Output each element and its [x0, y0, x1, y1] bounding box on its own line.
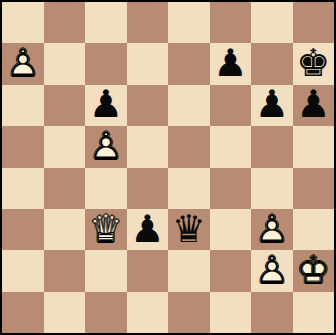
square-g5[interactable]: [251, 126, 293, 167]
square-g1[interactable]: [251, 292, 293, 333]
black-pawn[interactable]: ♟: [293, 85, 335, 126]
square-g3[interactable]: ♟♙: [251, 209, 293, 250]
square-b6[interactable]: [44, 85, 86, 126]
square-f3[interactable]: [210, 209, 252, 250]
square-c2[interactable]: [85, 250, 127, 291]
square-d1[interactable]: [127, 292, 169, 333]
square-a3[interactable]: [2, 209, 44, 250]
square-b2[interactable]: [44, 250, 86, 291]
square-f7[interactable]: ♟: [210, 43, 252, 84]
black-pawn[interactable]: ♟: [127, 209, 169, 250]
white-pawn-outline-glyph: ♙: [6, 44, 40, 82]
white-pawn-outline-glyph: ♙: [255, 210, 289, 248]
square-a7[interactable]: ♟♙: [2, 43, 44, 84]
white-pawn[interactable]: ♟♙: [251, 250, 293, 291]
black-queen-glyph: ♛: [172, 210, 206, 248]
black-pawn-glyph: ♟: [213, 44, 247, 82]
white-pawn-outline-glyph: ♙: [89, 127, 123, 165]
square-c5[interactable]: ♟♙: [85, 126, 127, 167]
black-pawn-glyph: ♟: [89, 86, 123, 124]
square-h1[interactable]: [293, 292, 335, 333]
square-c6[interactable]: ♟: [85, 85, 127, 126]
square-f4[interactable]: [210, 168, 252, 209]
square-d5[interactable]: [127, 126, 169, 167]
square-e1[interactable]: [168, 292, 210, 333]
black-pawn[interactable]: ♟: [85, 85, 127, 126]
square-h8[interactable]: [293, 2, 335, 43]
white-queen[interactable]: ♛♕: [85, 209, 127, 250]
square-a4[interactable]: [2, 168, 44, 209]
square-a1[interactable]: [2, 292, 44, 333]
white-pawn[interactable]: ♟♙: [85, 126, 127, 167]
black-pawn[interactable]: ♟: [210, 43, 252, 84]
square-c8[interactable]: [85, 2, 127, 43]
square-h5[interactable]: [293, 126, 335, 167]
black-pawn-glyph: ♟: [130, 210, 164, 248]
black-pawn-glyph: ♟: [255, 86, 289, 124]
square-d4[interactable]: [127, 168, 169, 209]
square-f8[interactable]: [210, 2, 252, 43]
square-e7[interactable]: [168, 43, 210, 84]
square-g2[interactable]: ♟♙: [251, 250, 293, 291]
square-f5[interactable]: [210, 126, 252, 167]
square-h3[interactable]: [293, 209, 335, 250]
black-pawn-glyph: ♟: [296, 86, 330, 124]
square-g8[interactable]: [251, 2, 293, 43]
chess-board: ♟♙♟♚♟♟♟♟♙♛♕♟♛♟♙♟♙♚♔: [0, 0, 336, 335]
white-pawn[interactable]: ♟♙: [251, 209, 293, 250]
square-c7[interactable]: [85, 43, 127, 84]
square-f1[interactable]: [210, 292, 252, 333]
square-c3[interactable]: ♛♕: [85, 209, 127, 250]
square-b4[interactable]: [44, 168, 86, 209]
white-pawn[interactable]: ♟♙: [2, 43, 44, 84]
square-c1[interactable]: [85, 292, 127, 333]
square-b3[interactable]: [44, 209, 86, 250]
square-a5[interactable]: [2, 126, 44, 167]
square-h2[interactable]: ♚♔: [293, 250, 335, 291]
white-pawn-outline-glyph: ♙: [255, 251, 289, 289]
square-e2[interactable]: [168, 250, 210, 291]
white-king-outline-glyph: ♔: [296, 251, 330, 289]
square-e3[interactable]: ♛: [168, 209, 210, 250]
black-pawn[interactable]: ♟: [251, 85, 293, 126]
square-e8[interactable]: [168, 2, 210, 43]
square-h6[interactable]: ♟: [293, 85, 335, 126]
white-queen-outline-glyph: ♕: [89, 210, 123, 248]
square-h7[interactable]: ♚: [293, 43, 335, 84]
square-h4[interactable]: [293, 168, 335, 209]
square-a8[interactable]: [2, 2, 44, 43]
square-g4[interactable]: [251, 168, 293, 209]
square-b8[interactable]: [44, 2, 86, 43]
square-d7[interactable]: [127, 43, 169, 84]
square-c4[interactable]: [85, 168, 127, 209]
square-a6[interactable]: [2, 85, 44, 126]
square-g7[interactable]: [251, 43, 293, 84]
square-d8[interactable]: [127, 2, 169, 43]
black-king[interactable]: ♚: [293, 43, 335, 84]
white-king[interactable]: ♚♔: [293, 250, 335, 291]
square-b1[interactable]: [44, 292, 86, 333]
square-e4[interactable]: [168, 168, 210, 209]
square-f2[interactable]: [210, 250, 252, 291]
square-e6[interactable]: [168, 85, 210, 126]
square-a2[interactable]: [2, 250, 44, 291]
square-d2[interactable]: [127, 250, 169, 291]
square-g6[interactable]: ♟: [251, 85, 293, 126]
square-b5[interactable]: [44, 126, 86, 167]
black-king-glyph: ♚: [296, 44, 330, 82]
black-queen[interactable]: ♛: [168, 209, 210, 250]
square-d3[interactable]: ♟: [127, 209, 169, 250]
square-b7[interactable]: [44, 43, 86, 84]
square-d6[interactable]: [127, 85, 169, 126]
square-f6[interactable]: [210, 85, 252, 126]
square-e5[interactable]: [168, 126, 210, 167]
